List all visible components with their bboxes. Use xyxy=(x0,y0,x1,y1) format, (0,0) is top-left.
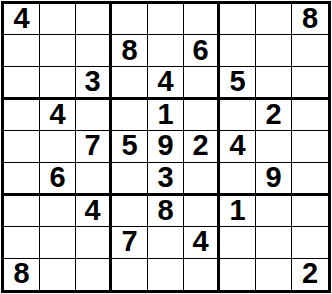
given-digit-r3c7[interactable]: 5 xyxy=(220,67,256,100)
cell-r1c8[interactable] xyxy=(256,4,292,35)
cell-r1c2[interactable] xyxy=(40,4,76,35)
cell-r1c6[interactable] xyxy=(184,4,220,35)
given-digit-r9c9[interactable]: 2 xyxy=(292,259,328,290)
given-digit-r5c4[interactable]: 5 xyxy=(112,131,148,162)
cell-r9c5[interactable] xyxy=(148,259,184,290)
cell-r3c6[interactable] xyxy=(184,67,220,100)
cell-r6c7[interactable] xyxy=(220,163,256,196)
given-digit-r2c4[interactable]: 8 xyxy=(112,35,148,66)
cell-r8c7[interactable] xyxy=(220,227,256,258)
cell-r7c8[interactable] xyxy=(256,196,292,227)
given-digit-r7c7[interactable]: 1 xyxy=(220,196,256,227)
given-digit-r7c5[interactable]: 8 xyxy=(148,196,184,227)
cell-r7c4[interactable] xyxy=(112,196,148,227)
cell-r4c3[interactable] xyxy=(76,100,112,131)
cell-r2c9[interactable] xyxy=(292,35,328,66)
cell-r3c9[interactable] xyxy=(292,67,328,100)
given-digit-r5c7[interactable]: 4 xyxy=(220,131,256,162)
cell-r1c7[interactable] xyxy=(220,4,256,35)
cell-r8c9[interactable] xyxy=(292,227,328,258)
cell-r3c8[interactable] xyxy=(256,67,292,100)
cell-r8c8[interactable] xyxy=(256,227,292,258)
cell-r4c7[interactable] xyxy=(220,100,256,131)
cell-r2c8[interactable] xyxy=(256,35,292,66)
cell-r7c1[interactable] xyxy=(4,196,40,227)
cell-r5c8[interactable] xyxy=(256,131,292,162)
cell-r6c4[interactable] xyxy=(112,163,148,196)
given-digit-r4c2[interactable]: 4 xyxy=(40,100,76,131)
given-digit-r3c3[interactable]: 3 xyxy=(76,67,112,100)
cell-r8c2[interactable] xyxy=(40,227,76,258)
given-digit-r5c5[interactable]: 9 xyxy=(148,131,184,162)
given-digit-r1c1[interactable]: 4 xyxy=(4,4,40,35)
cell-r9c3[interactable] xyxy=(76,259,112,290)
cell-r2c1[interactable] xyxy=(4,35,40,66)
cell-r2c5[interactable] xyxy=(148,35,184,66)
given-digit-r6c2[interactable]: 6 xyxy=(40,163,76,196)
cell-r6c1[interactable] xyxy=(4,163,40,196)
cell-r2c7[interactable] xyxy=(220,35,256,66)
cell-r1c4[interactable] xyxy=(112,4,148,35)
cell-r4c1[interactable] xyxy=(4,100,40,131)
cell-r8c3[interactable] xyxy=(76,227,112,258)
cell-r5c1[interactable] xyxy=(4,131,40,162)
given-digit-r8c4[interactable]: 7 xyxy=(112,227,148,258)
cell-r2c2[interactable] xyxy=(40,35,76,66)
cell-r4c6[interactable] xyxy=(184,100,220,131)
given-digit-r4c5[interactable]: 1 xyxy=(148,100,184,131)
given-digit-r7c3[interactable]: 4 xyxy=(76,196,112,227)
cell-r4c9[interactable] xyxy=(292,100,328,131)
given-digit-r6c8[interactable]: 9 xyxy=(256,163,292,196)
given-digit-r6c5[interactable]: 3 xyxy=(148,163,184,196)
cell-r2c3[interactable] xyxy=(76,35,112,66)
cell-r7c9[interactable] xyxy=(292,196,328,227)
sudoku-board: 4886345412759246394817482 xyxy=(1,1,331,293)
given-digit-r1c9[interactable]: 8 xyxy=(292,4,328,35)
given-digit-r9c1[interactable]: 8 xyxy=(4,259,40,290)
given-digit-r5c6[interactable]: 2 xyxy=(184,131,220,162)
cell-r5c9[interactable] xyxy=(292,131,328,162)
given-digit-r2c6[interactable]: 6 xyxy=(184,35,220,66)
given-digit-r5c3[interactable]: 7 xyxy=(76,131,112,162)
given-digit-r3c5[interactable]: 4 xyxy=(148,67,184,100)
cell-r6c3[interactable] xyxy=(76,163,112,196)
cell-r9c7[interactable] xyxy=(220,259,256,290)
cell-r3c1[interactable] xyxy=(4,67,40,100)
cell-r5c2[interactable] xyxy=(40,131,76,162)
cell-r6c9[interactable] xyxy=(292,163,328,196)
cell-r6c6[interactable] xyxy=(184,163,220,196)
cell-r7c2[interactable] xyxy=(40,196,76,227)
cell-r9c6[interactable] xyxy=(184,259,220,290)
cell-r8c1[interactable] xyxy=(4,227,40,258)
cell-r3c2[interactable] xyxy=(40,67,76,100)
cell-r1c5[interactable] xyxy=(148,4,184,35)
given-digit-r4c8[interactable]: 2 xyxy=(256,100,292,131)
given-digit-r8c6[interactable]: 4 xyxy=(184,227,220,258)
cell-r9c2[interactable] xyxy=(40,259,76,290)
cell-r4c4[interactable] xyxy=(112,100,148,131)
cell-r3c4[interactable] xyxy=(112,67,148,100)
cell-r9c4[interactable] xyxy=(112,259,148,290)
cell-r1c3[interactable] xyxy=(76,4,112,35)
sudoku-board-wrapper: 4886345412759246394817482 xyxy=(1,1,331,293)
cell-r9c8[interactable] xyxy=(256,259,292,290)
cell-r8c5[interactable] xyxy=(148,227,184,258)
cell-r7c6[interactable] xyxy=(184,196,220,227)
